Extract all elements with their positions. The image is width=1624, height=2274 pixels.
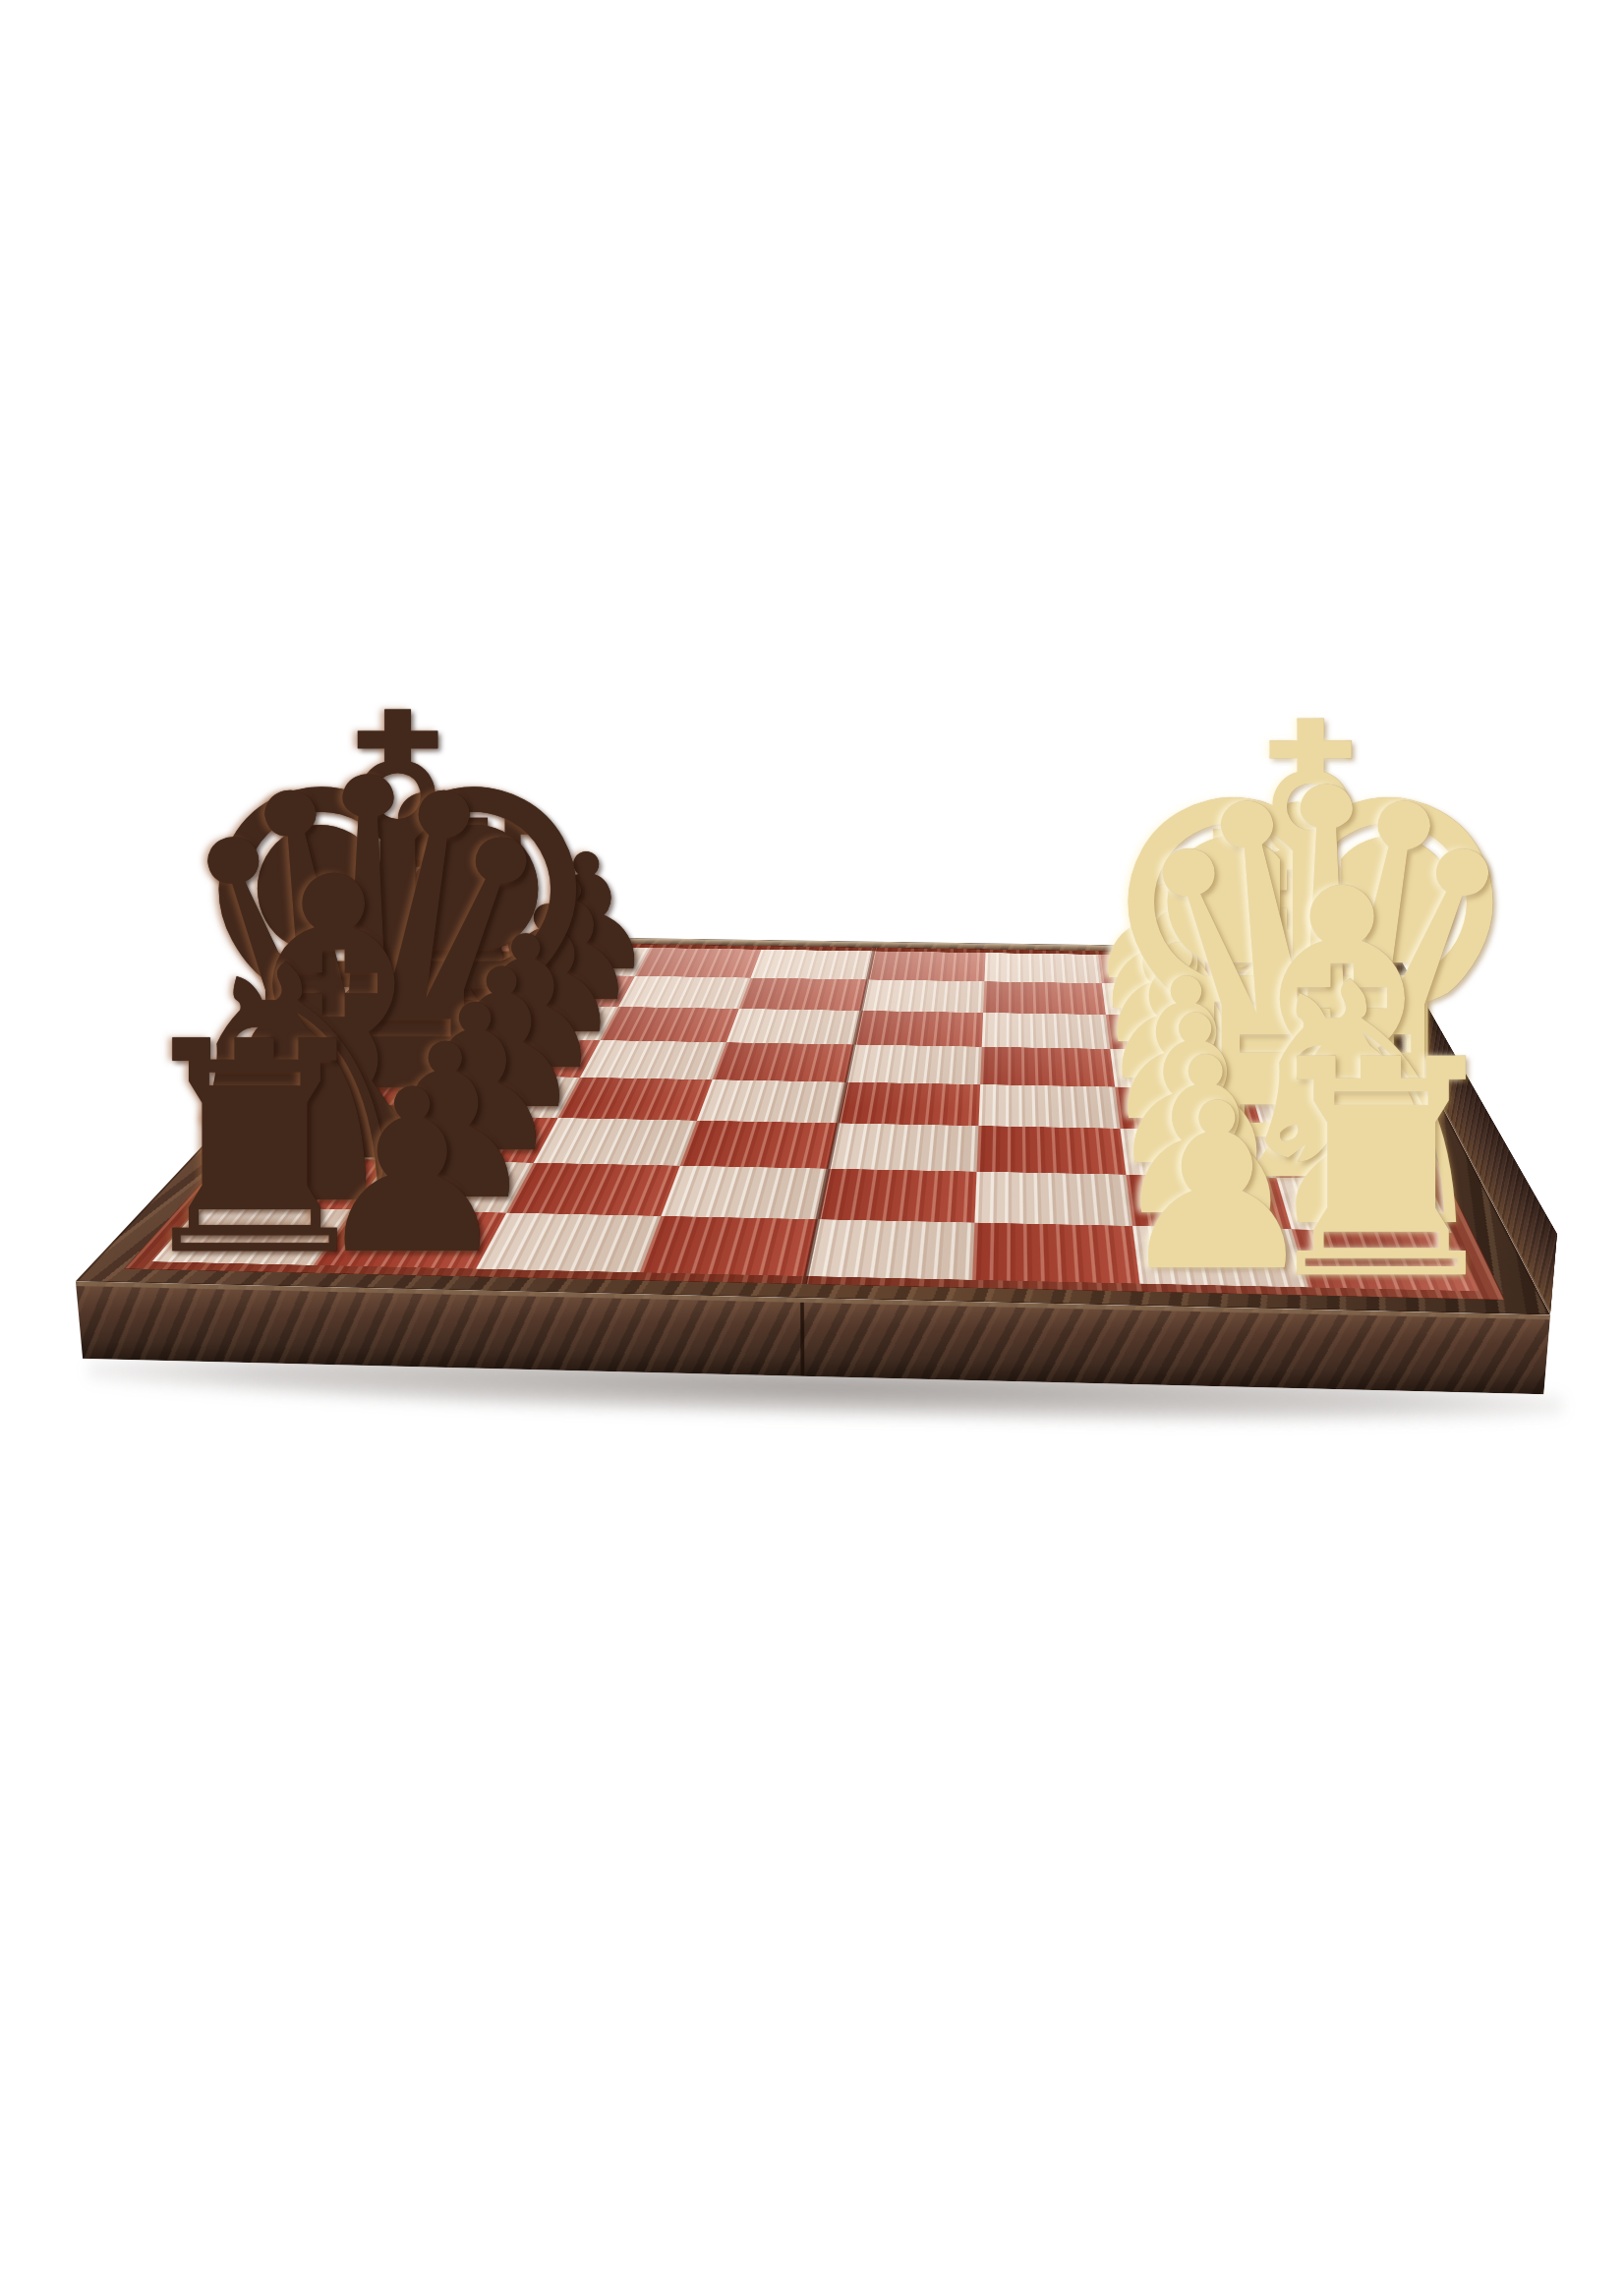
piece-contact-shadow [1276,1181,1446,1221]
piece-contact-shadow [1128,1231,1307,1274]
piece-contact-shadow [1094,953,1221,983]
piece-contact-shadow [1097,982,1230,1014]
chess-set-product-photo: ♜♟♟♜♞♟♟♞♝♟♟♝♚♟♟♚♛♟♟♛♝♟♟♝♞♟♟♞♜♟♟♜ [0,0,1624,2274]
piece-contact-shadow [427,1076,577,1112]
piece-contact-shadow [396,1117,554,1155]
piece-contact-shadow [213,1160,379,1200]
piece-contact-shadow [324,1214,500,1256]
piece-contact-shadow [167,1211,343,1254]
piece-contact-shadow [1209,954,1336,984]
piece-contact-shadow [326,1035,469,1070]
piece-contact-shadow [1238,1051,1383,1086]
piece-contact-shadow [454,1038,597,1073]
piece-contact-shadow [1115,1131,1275,1169]
piece-contact-shadow [1110,1087,1262,1124]
piece-contact-shadow [1228,1016,1366,1049]
piece-contact-shadow [357,1002,493,1034]
piece-contact-shadow [292,1073,441,1109]
piece-black-pawn-h7: ♟ [506,836,667,961]
piece-white-rook-h1: ♜ [1167,805,1378,970]
piece-contact-shadow [1249,1090,1402,1127]
piece-contact-shadow [362,1163,528,1203]
piece-contact-shadow [1218,983,1351,1015]
piece-contact-shadow [1101,1014,1240,1047]
pieces-layer: ♜♟♟♜♞♟♟♞♝♟♟♝♚♟♟♚♛♟♟♛♝♟♟♝♞♟♟♞♜♟♟♜ [0,0,1624,2274]
piece-black-rook-h8: ♜ [370,796,577,959]
piece-contact-shadow [385,970,515,1002]
piece-contact-shadow [480,1004,616,1036]
piece-contact-shadow [524,944,649,974]
piece-contact-shadow [411,942,536,971]
piece-white-pawn-h2: ♟ [1075,843,1238,969]
piece-contact-shadow [1121,1178,1290,1218]
piece-contact-shadow [255,1114,412,1151]
piece-contact-shadow [1261,1134,1422,1172]
piece-contact-shadow [1105,1049,1250,1083]
piece-contact-shadow [1292,1235,1472,1278]
piece-contact-shadow [502,972,633,1004]
